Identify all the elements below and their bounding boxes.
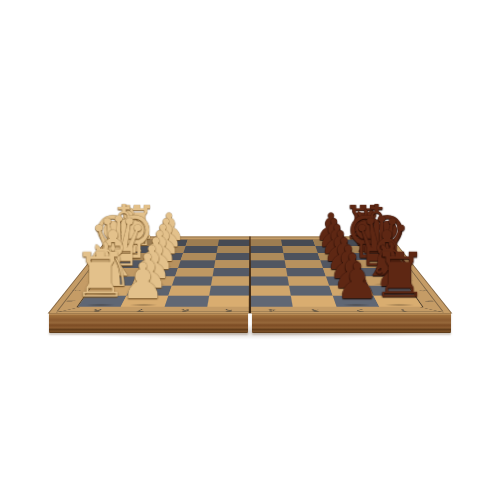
square: ♝ <box>363 276 407 285</box>
coordinate-letter: a <box>96 242 130 245</box>
square <box>168 286 211 296</box>
piece-contact-shadow <box>143 274 170 276</box>
square: ♟ <box>137 268 178 276</box>
coordinate-number: 6 <box>162 307 207 312</box>
coordinate-number: 1 <box>379 307 426 312</box>
square: ♞ <box>86 286 132 296</box>
square: ♟ <box>332 296 379 307</box>
square <box>284 253 320 260</box>
square: ♞ <box>368 286 414 296</box>
coordinate-letter: d <box>78 262 116 265</box>
piece-contact-shadow <box>341 303 372 306</box>
square: ♟ <box>132 276 175 285</box>
square: ♛ <box>359 268 401 276</box>
coordinate-letter: c <box>85 255 121 258</box>
board-border: ♜♟♟♜♞♟♟♞♝♟♟♝♚♟♟♚♛♟♟♛♝♟♟♝♞♟♟♞♜♟♟♜ 8765432… <box>49 237 451 314</box>
square <box>209 286 250 296</box>
coordinate-number: 8 <box>74 307 121 312</box>
square <box>250 253 285 260</box>
square <box>250 268 288 276</box>
coordinate-number: 4 <box>250 307 294 312</box>
coordinate-letter: b <box>91 248 126 251</box>
square: ♟ <box>127 286 172 296</box>
board-right-half-edge <box>252 312 451 333</box>
square <box>216 246 250 253</box>
square <box>211 276 250 285</box>
square <box>175 268 214 276</box>
hinge-seam <box>249 237 251 314</box>
square <box>250 286 291 296</box>
piece-contact-shadow <box>105 274 133 276</box>
piece-contact-shadow <box>330 274 357 276</box>
square <box>164 296 209 307</box>
board-left-half-edge <box>49 312 248 333</box>
coordinate-letter: a <box>370 242 404 245</box>
light-pawn: ♟ <box>153 210 187 246</box>
square: ♟ <box>325 276 368 285</box>
square: ♟ <box>141 260 180 268</box>
dark-pawn: ♟ <box>316 215 351 252</box>
square <box>250 246 284 253</box>
square <box>180 253 216 260</box>
square <box>250 276 289 285</box>
square: ♛ <box>99 268 141 276</box>
square: ♜ <box>373 296 422 307</box>
square <box>214 260 250 268</box>
square <box>171 276 212 285</box>
square <box>183 246 218 253</box>
square <box>282 246 317 253</box>
square: ♟ <box>329 286 374 296</box>
square: ♜ <box>78 296 127 307</box>
coordinate-letter: c <box>379 255 415 258</box>
square <box>215 253 250 260</box>
square <box>250 260 286 268</box>
square <box>178 260 216 268</box>
piece-contact-shadow <box>128 303 159 306</box>
square: ♟ <box>121 296 168 307</box>
square <box>291 296 336 307</box>
piece-contact-shadow <box>367 274 395 276</box>
dark-pawn: ♟ <box>314 210 348 246</box>
square: ♟ <box>145 253 182 260</box>
chess-set-photo: ♜♟♟♜♞♟♟♞♝♟♟♝♚♟♟♚♛♟♟♛♝♟♟♝♞♟♟♞♜♟♟♜ 8765432… <box>0 0 500 500</box>
light-pawn: ♟ <box>149 215 184 252</box>
square <box>250 296 293 307</box>
square <box>285 260 323 268</box>
board-front-edge <box>49 312 451 333</box>
square: ♝ <box>93 276 137 285</box>
coordinate-number: 7 <box>118 307 164 312</box>
square <box>288 276 329 285</box>
coordinate-letter: d <box>384 262 422 265</box>
square <box>207 296 250 307</box>
square <box>286 268 325 276</box>
coordinate-number: 2 <box>336 307 382 312</box>
coordinate-letter: b <box>374 248 409 251</box>
coordinate-number: 3 <box>293 307 338 312</box>
square: ♟ <box>317 253 354 260</box>
square: ♟ <box>320 260 359 268</box>
coordinate-number: 5 <box>206 307 250 312</box>
square: ♟ <box>315 246 351 253</box>
piece-contact-shadow <box>85 303 117 306</box>
chess-board: ♜♟♟♜♞♟♟♞♝♟♟♝♚♟♟♚♛♟♟♛♝♟♟♝♞♟♟♞♜♟♟♜ 8765432… <box>49 237 451 314</box>
square: ♟ <box>149 246 185 253</box>
square <box>289 286 332 296</box>
square: ♟ <box>323 268 364 276</box>
piece-contact-shadow <box>384 303 416 306</box>
square <box>212 268 250 276</box>
